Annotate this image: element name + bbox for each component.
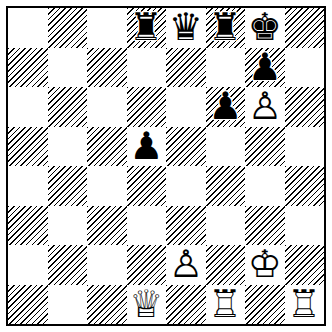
chess-board: ♜♛♜♚♟♟♙♟♙♔♕♖♖ bbox=[8, 8, 324, 324]
square-h3[interactable] bbox=[285, 206, 325, 246]
white-rook-f1[interactable]: ♖ bbox=[208, 285, 242, 324]
square-a4[interactable] bbox=[8, 166, 48, 206]
square-h6[interactable] bbox=[285, 87, 325, 127]
square-c8[interactable] bbox=[87, 8, 127, 48]
square-d7[interactable] bbox=[127, 48, 167, 88]
square-a6[interactable] bbox=[8, 87, 48, 127]
square-g2[interactable]: ♔ bbox=[245, 245, 285, 285]
square-d2[interactable] bbox=[127, 245, 167, 285]
square-g6[interactable]: ♙ bbox=[245, 87, 285, 127]
white-rook-h1[interactable]: ♖ bbox=[287, 285, 321, 324]
square-e6[interactable] bbox=[166, 87, 206, 127]
square-b2[interactable] bbox=[48, 245, 88, 285]
square-f7[interactable] bbox=[206, 48, 246, 88]
square-f4[interactable] bbox=[206, 166, 246, 206]
square-b7[interactable] bbox=[48, 48, 88, 88]
square-e8[interactable]: ♛ bbox=[166, 8, 206, 48]
square-f6[interactable]: ♟ bbox=[206, 87, 246, 127]
square-d1[interactable]: ♕ bbox=[127, 285, 167, 325]
white-pawn-g6[interactable]: ♙ bbox=[248, 87, 282, 126]
square-h7[interactable] bbox=[285, 48, 325, 88]
black-queen-e8[interactable]: ♛ bbox=[169, 8, 203, 47]
square-e2[interactable]: ♙ bbox=[166, 245, 206, 285]
square-c7[interactable] bbox=[87, 48, 127, 88]
square-b4[interactable] bbox=[48, 166, 88, 206]
square-e4[interactable] bbox=[166, 166, 206, 206]
black-pawn-g7[interactable]: ♟ bbox=[248, 48, 282, 87]
square-b1[interactable] bbox=[48, 285, 88, 325]
square-e1[interactable] bbox=[166, 285, 206, 325]
square-a8[interactable] bbox=[8, 8, 48, 48]
square-e5[interactable] bbox=[166, 127, 206, 167]
square-d5[interactable]: ♟ bbox=[127, 127, 167, 167]
square-a3[interactable] bbox=[8, 206, 48, 246]
square-f8[interactable]: ♜ bbox=[206, 8, 246, 48]
square-d6[interactable] bbox=[127, 87, 167, 127]
square-h8[interactable] bbox=[285, 8, 325, 48]
square-b3[interactable] bbox=[48, 206, 88, 246]
square-f3[interactable] bbox=[206, 206, 246, 246]
square-h1[interactable]: ♖ bbox=[285, 285, 325, 325]
square-h2[interactable] bbox=[285, 245, 325, 285]
black-rook-d8[interactable]: ♜ bbox=[129, 8, 163, 47]
black-pawn-d5[interactable]: ♟ bbox=[129, 127, 163, 166]
square-c4[interactable] bbox=[87, 166, 127, 206]
square-d3[interactable] bbox=[127, 206, 167, 246]
chess-board-frame: ♜♛♜♚♟♟♙♟♙♔♕♖♖ bbox=[6, 6, 326, 326]
square-g8[interactable]: ♚ bbox=[245, 8, 285, 48]
square-a1[interactable] bbox=[8, 285, 48, 325]
square-a2[interactable] bbox=[8, 245, 48, 285]
square-c5[interactable] bbox=[87, 127, 127, 167]
white-king-g2[interactable]: ♔ bbox=[248, 245, 282, 284]
square-c6[interactable] bbox=[87, 87, 127, 127]
square-h5[interactable] bbox=[285, 127, 325, 167]
black-pawn-f6[interactable]: ♟ bbox=[208, 87, 242, 126]
square-g7[interactable]: ♟ bbox=[245, 48, 285, 88]
square-g5[interactable] bbox=[245, 127, 285, 167]
square-e3[interactable] bbox=[166, 206, 206, 246]
square-h4[interactable] bbox=[285, 166, 325, 206]
square-a7[interactable] bbox=[8, 48, 48, 88]
square-f2[interactable] bbox=[206, 245, 246, 285]
square-b6[interactable] bbox=[48, 87, 88, 127]
square-d8[interactable]: ♜ bbox=[127, 8, 167, 48]
black-rook-f8[interactable]: ♜ bbox=[208, 8, 242, 47]
square-f1[interactable]: ♖ bbox=[206, 285, 246, 325]
square-g3[interactable] bbox=[245, 206, 285, 246]
square-e7[interactable] bbox=[166, 48, 206, 88]
square-c1[interactable] bbox=[87, 285, 127, 325]
square-d4[interactable] bbox=[127, 166, 167, 206]
square-f5[interactable] bbox=[206, 127, 246, 167]
square-c3[interactable] bbox=[87, 206, 127, 246]
square-g1[interactable] bbox=[245, 285, 285, 325]
square-b5[interactable] bbox=[48, 127, 88, 167]
white-queen-d1[interactable]: ♕ bbox=[129, 285, 163, 324]
square-b8[interactable] bbox=[48, 8, 88, 48]
white-pawn-e2[interactable]: ♙ bbox=[169, 245, 203, 284]
black-king-g8[interactable]: ♚ bbox=[248, 8, 282, 47]
square-c2[interactable] bbox=[87, 245, 127, 285]
square-g4[interactable] bbox=[245, 166, 285, 206]
square-a5[interactable] bbox=[8, 127, 48, 167]
